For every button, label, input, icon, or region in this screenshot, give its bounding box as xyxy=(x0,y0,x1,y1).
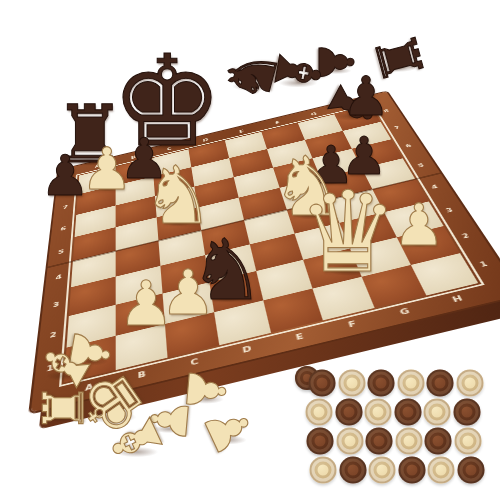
checker-dark xyxy=(454,399,481,426)
dark-pawn-on-rim: ♟ xyxy=(342,70,390,124)
coord-label-F: F xyxy=(347,319,358,329)
coord-label-E: E xyxy=(239,129,245,134)
checker-dark xyxy=(366,428,393,455)
coord-label-E: E xyxy=(295,332,305,342)
coord-label-5: 5 xyxy=(58,248,65,255)
product-photo-stage: AABBCCDDEEFFGGHH1122334455667788 ♜♚♟♟♟♟♟… xyxy=(0,0,500,500)
coord-label-1: 1 xyxy=(478,260,489,268)
checker-light xyxy=(395,428,422,455)
coord-label-6: 6 xyxy=(60,225,67,232)
checker-dark xyxy=(309,370,336,397)
coord-label-3: 3 xyxy=(53,300,61,308)
checker-light xyxy=(455,428,482,455)
coord-label-2: 2 xyxy=(461,232,471,239)
checker-light xyxy=(397,370,424,397)
coord-label-6: 6 xyxy=(405,143,413,148)
checker-dark xyxy=(339,457,366,484)
checker-dark xyxy=(458,457,485,484)
coord-label-H: H xyxy=(451,294,465,304)
coord-label-4: 4 xyxy=(430,184,439,190)
checker-dark xyxy=(427,370,454,397)
coord-label-G: G xyxy=(399,307,412,317)
coord-label-3: 3 xyxy=(445,207,454,214)
coord-label-F: F xyxy=(275,120,281,124)
light-queen-f3: ♛ xyxy=(298,176,398,288)
light-rook-lying: ♜ xyxy=(36,383,92,433)
checker-light xyxy=(457,370,484,397)
checker-dark xyxy=(425,428,452,455)
coord-label-7: 7 xyxy=(393,125,401,130)
checker-dark xyxy=(398,457,425,484)
coord-label-D: D xyxy=(242,344,253,354)
checker-dark xyxy=(394,399,421,426)
light-pawn-a2: ♟ xyxy=(118,273,174,335)
checker-light xyxy=(310,457,337,484)
checker-light xyxy=(369,457,396,484)
checker-dark xyxy=(307,428,334,455)
dark-pawn-a7: ♟ xyxy=(40,148,90,204)
coord-label-5: 5 xyxy=(417,163,425,169)
checker-light xyxy=(338,370,365,397)
checker-dark xyxy=(368,370,395,397)
checker-light xyxy=(306,399,333,426)
checker-light xyxy=(428,457,455,484)
checker-light xyxy=(336,428,363,455)
checker-dark xyxy=(335,399,362,426)
light-pawn-h4: ♟ xyxy=(393,196,445,254)
checker-light xyxy=(365,399,392,426)
coord-label-4: 4 xyxy=(55,273,62,281)
checker-light xyxy=(424,399,451,426)
